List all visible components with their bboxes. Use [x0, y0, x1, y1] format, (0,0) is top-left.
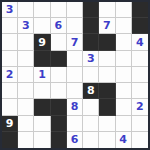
cell-r7c1[interactable] [2, 99, 18, 115]
cell-r8c3[interactable] [34, 116, 50, 132]
black-cell-r4c4 [51, 51, 67, 67]
cell-r7c5[interactable]: 8 [67, 99, 83, 115]
cell-r4c6[interactable]: 3 [83, 51, 99, 67]
cell-r9c7[interactable] [99, 132, 115, 148]
cell-r5c5[interactable] [67, 67, 83, 83]
cell-r1c4[interactable] [51, 2, 67, 18]
cell-r8c6[interactable] [83, 116, 99, 132]
cell-r8c2[interactable] [18, 116, 34, 132]
black-cell-r8c4 [51, 116, 67, 132]
cell-r6c9[interactable] [132, 83, 148, 99]
cell-r3c5[interactable]: 7 [67, 34, 83, 50]
cell-r1c5[interactable] [67, 2, 83, 18]
black-cell-r3c6 [83, 34, 99, 50]
cell-r4c1[interactable] [2, 51, 18, 67]
black-cell-r8c1: 9 [2, 116, 18, 132]
black-cell-r2c9 [132, 18, 148, 34]
cell-r6c4[interactable] [51, 83, 67, 99]
cell-r2c8[interactable] [116, 18, 132, 34]
cell-r3c8[interactable] [116, 34, 132, 50]
cell-r4c7[interactable] [99, 51, 115, 67]
cell-r8c7[interactable] [99, 116, 115, 132]
str8ts-board: 3367974321882964 [0, 0, 150, 150]
cell-r4c5[interactable] [67, 51, 83, 67]
cell-r1c2[interactable] [18, 2, 34, 18]
black-cell-r2c6 [83, 18, 99, 34]
cell-r6c3[interactable] [34, 83, 50, 99]
cell-r1c1[interactable]: 3 [2, 2, 18, 18]
cell-r9c2[interactable] [18, 132, 34, 148]
cell-r5c9[interactable] [132, 67, 148, 83]
cell-r7c8[interactable] [116, 99, 132, 115]
black-cell-r7c4 [51, 99, 67, 115]
cell-r9c6[interactable] [83, 132, 99, 148]
black-cell-r7c3 [34, 99, 50, 115]
black-cell-r6c7 [99, 83, 115, 99]
cell-r9c8[interactable]: 4 [116, 132, 132, 148]
cell-r4c9[interactable] [132, 51, 148, 67]
black-cell-r1c9 [132, 2, 148, 18]
cell-r1c3[interactable] [34, 2, 50, 18]
cell-r2c5[interactable] [67, 18, 83, 34]
black-cell-r3c3: 9 [34, 34, 50, 50]
black-cell-r4c3 [34, 51, 50, 67]
cell-r8c5[interactable] [67, 116, 83, 132]
cell-r5c2[interactable] [18, 67, 34, 83]
cell-r8c8[interactable] [116, 116, 132, 132]
cell-r1c7[interactable] [99, 2, 115, 18]
cell-r3c9[interactable]: 4 [132, 34, 148, 50]
cell-r5c1[interactable]: 2 [2, 67, 18, 83]
cell-r2c7[interactable]: 7 [99, 18, 115, 34]
black-cell-r3c7 [99, 34, 115, 50]
cell-r2c3[interactable] [34, 18, 50, 34]
cell-r3c4[interactable] [51, 34, 67, 50]
cell-r4c8[interactable] [116, 51, 132, 67]
black-cell-r9c1 [2, 132, 18, 148]
cell-r5c3[interactable]: 1 [34, 67, 50, 83]
black-cell-r9c4 [51, 132, 67, 148]
cell-r9c9[interactable] [132, 132, 148, 148]
cell-r5c6[interactable] [83, 67, 99, 83]
cell-r5c7[interactable] [99, 67, 115, 83]
cell-r7c2[interactable] [18, 99, 34, 115]
cell-r6c5[interactable] [67, 83, 83, 99]
black-cell-r7c7 [99, 99, 115, 115]
black-cell-r6c6: 8 [83, 83, 99, 99]
cell-r2c2[interactable]: 3 [18, 18, 34, 34]
cell-r7c9[interactable]: 2 [132, 99, 148, 115]
cell-r8c9[interactable] [132, 116, 148, 132]
cell-r3c1[interactable] [2, 34, 18, 50]
cell-r6c1[interactable] [2, 83, 18, 99]
cell-r5c4[interactable] [51, 67, 67, 83]
cell-r3c2[interactable] [18, 34, 34, 50]
cell-r6c2[interactable] [18, 83, 34, 99]
cell-r5c8[interactable] [116, 67, 132, 83]
cell-r9c5[interactable]: 6 [67, 132, 83, 148]
cell-r7c6[interactable] [83, 99, 99, 115]
cell-r1c8[interactable] [116, 2, 132, 18]
cell-r9c3[interactable] [34, 132, 50, 148]
cell-r2c4[interactable]: 6 [51, 18, 67, 34]
cell-r2c1[interactable] [2, 18, 18, 34]
cell-r4c2[interactable] [18, 51, 34, 67]
cell-r6c8[interactable] [116, 83, 132, 99]
black-cell-r1c6 [83, 2, 99, 18]
